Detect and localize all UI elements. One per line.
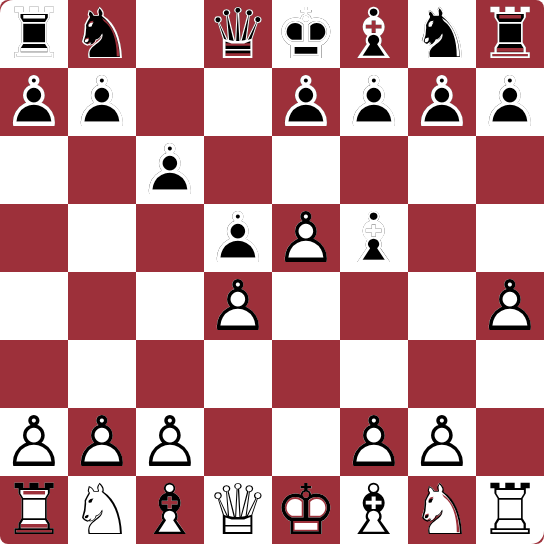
square-e7[interactable]: ♟♙	[272, 68, 340, 136]
piece-outline-glyph: ♙	[204, 272, 272, 340]
square-d5[interactable]: ♟♙	[204, 204, 272, 272]
square-h2[interactable]	[476, 408, 544, 476]
piece-outline-glyph: ♙	[340, 408, 408, 476]
piece-black-pawn[interactable]: ♟♙	[204, 204, 272, 272]
piece-outline-glyph: ♙	[68, 68, 136, 136]
square-g8[interactable]: ♞♘	[408, 0, 476, 68]
square-b5[interactable]	[68, 204, 136, 272]
square-e4[interactable]	[272, 272, 340, 340]
square-d1[interactable]: ♛♕	[204, 476, 272, 544]
piece-white-queen[interactable]: ♛♕	[204, 476, 272, 544]
piece-black-pawn[interactable]: ♟♙	[476, 68, 544, 136]
piece-outline-glyph: ♙	[476, 68, 544, 136]
square-d6[interactable]	[204, 136, 272, 204]
square-b1[interactable]: ♞♘	[68, 476, 136, 544]
square-c4[interactable]	[136, 272, 204, 340]
piece-white-king[interactable]: ♚♔	[272, 476, 340, 544]
piece-outline-glyph: ♙	[272, 204, 340, 272]
square-h4[interactable]: ♟♙	[476, 272, 544, 340]
piece-outline-glyph: ♙	[136, 408, 204, 476]
square-e1[interactable]: ♚♔	[272, 476, 340, 544]
piece-outline-glyph: ♗	[136, 476, 204, 544]
piece-black-king[interactable]: ♚♔	[272, 0, 340, 68]
piece-white-pawn[interactable]: ♟♙	[204, 272, 272, 340]
piece-white-pawn[interactable]: ♟♙	[408, 408, 476, 476]
square-h7[interactable]: ♟♙	[476, 68, 544, 136]
piece-outline-glyph: ♗	[340, 204, 408, 272]
square-b4[interactable]	[68, 272, 136, 340]
square-d8[interactable]: ♛♕	[204, 0, 272, 68]
piece-black-pawn[interactable]: ♟♙	[68, 68, 136, 136]
piece-white-rook[interactable]: ♜♖	[476, 476, 544, 544]
piece-outline-glyph: ♙	[272, 68, 340, 136]
piece-outline-glyph: ♖	[476, 0, 544, 68]
piece-black-pawn[interactable]: ♟♙	[136, 136, 204, 204]
square-a5[interactable]	[0, 204, 68, 272]
square-c3[interactable]	[136, 340, 204, 408]
piece-outline-glyph: ♙	[476, 272, 544, 340]
piece-outline-glyph: ♖	[0, 0, 68, 68]
square-c6[interactable]: ♟♙	[136, 136, 204, 204]
square-g7[interactable]: ♟♙	[408, 68, 476, 136]
piece-outline-glyph: ♙	[0, 408, 68, 476]
piece-outline-glyph: ♗	[340, 476, 408, 544]
piece-black-rook[interactable]: ♜♖	[0, 0, 68, 68]
square-h5[interactable]	[476, 204, 544, 272]
piece-white-pawn[interactable]: ♟♙	[476, 272, 544, 340]
square-e2[interactable]	[272, 408, 340, 476]
square-b7[interactable]: ♟♙	[68, 68, 136, 136]
piece-outline-glyph: ♙	[68, 408, 136, 476]
piece-white-knight[interactable]: ♞♘	[68, 476, 136, 544]
square-a8[interactable]: ♜♖	[0, 0, 68, 68]
piece-outline-glyph: ♗	[340, 0, 408, 68]
square-g5[interactable]	[408, 204, 476, 272]
chess-board-wrapper: ♜♖♞♘♛♕♚♔♝♗♞♘♜♖♟♙♟♙♟♙♟♙♟♙♟♙♟♙♟♙♟♙♝♗♟♙♟♙♟♙…	[0, 0, 544, 544]
square-a6[interactable]	[0, 136, 68, 204]
square-g1[interactable]: ♞♘	[408, 476, 476, 544]
square-d2[interactable]	[204, 408, 272, 476]
piece-black-knight[interactable]: ♞♘	[68, 0, 136, 68]
piece-outline-glyph: ♙	[204, 204, 272, 272]
square-a3[interactable]	[0, 340, 68, 408]
square-a2[interactable]: ♟♙	[0, 408, 68, 476]
square-f4[interactable]	[340, 272, 408, 340]
piece-outline-glyph: ♘	[68, 0, 136, 68]
piece-outline-glyph: ♔	[272, 476, 340, 544]
piece-outline-glyph: ♙	[0, 68, 68, 136]
piece-white-pawn[interactable]: ♟♙	[340, 408, 408, 476]
piece-black-pawn[interactable]: ♟♙	[0, 68, 68, 136]
piece-white-pawn[interactable]: ♟♙	[136, 408, 204, 476]
square-a1[interactable]: ♜♖	[0, 476, 68, 544]
square-c8[interactable]	[136, 0, 204, 68]
square-g6[interactable]	[408, 136, 476, 204]
piece-outline-glyph: ♘	[68, 476, 136, 544]
square-f6[interactable]	[340, 136, 408, 204]
square-d3[interactable]	[204, 340, 272, 408]
piece-white-pawn[interactable]: ♟♙	[272, 204, 340, 272]
square-g4[interactable]	[408, 272, 476, 340]
piece-black-pawn[interactable]: ♟♙	[272, 68, 340, 136]
square-f8[interactable]: ♝♗	[340, 0, 408, 68]
piece-outline-glyph: ♖	[476, 476, 544, 544]
square-c2[interactable]: ♟♙	[136, 408, 204, 476]
square-a7[interactable]: ♟♙	[0, 68, 68, 136]
piece-outline-glyph: ♙	[340, 68, 408, 136]
square-c5[interactable]	[136, 204, 204, 272]
square-e5[interactable]: ♟♙	[272, 204, 340, 272]
square-f2[interactable]: ♟♙	[340, 408, 408, 476]
square-f3[interactable]	[340, 340, 408, 408]
piece-black-pawn[interactable]: ♟♙	[340, 68, 408, 136]
square-d7[interactable]	[204, 68, 272, 136]
piece-outline-glyph: ♙	[136, 136, 204, 204]
square-g3[interactable]	[408, 340, 476, 408]
square-f5[interactable]: ♝♗	[340, 204, 408, 272]
square-b3[interactable]	[68, 340, 136, 408]
square-c7[interactable]	[136, 68, 204, 136]
square-e8[interactable]: ♚♔	[272, 0, 340, 68]
piece-black-knight[interactable]: ♞♘	[408, 0, 476, 68]
square-b2[interactable]: ♟♙	[68, 408, 136, 476]
piece-outline-glyph: ♘	[408, 476, 476, 544]
piece-outline-glyph: ♕	[204, 0, 272, 68]
square-d4[interactable]: ♟♙	[204, 272, 272, 340]
square-h8[interactable]: ♜♖	[476, 0, 544, 68]
piece-black-queen[interactable]: ♛♕	[204, 0, 272, 68]
square-h6[interactable]	[476, 136, 544, 204]
piece-outline-glyph: ♖	[0, 476, 68, 544]
piece-black-rook[interactable]: ♜♖	[476, 0, 544, 68]
square-g2[interactable]: ♟♙	[408, 408, 476, 476]
piece-outline-glyph: ♕	[204, 476, 272, 544]
square-a4[interactable]	[0, 272, 68, 340]
piece-outline-glyph: ♘	[408, 0, 476, 68]
piece-outline-glyph: ♙	[408, 68, 476, 136]
square-b8[interactable]: ♞♘	[68, 0, 136, 68]
piece-outline-glyph: ♙	[408, 408, 476, 476]
square-c1[interactable]: ♝♗	[136, 476, 204, 544]
piece-white-knight[interactable]: ♞♘	[408, 476, 476, 544]
piece-white-pawn[interactable]: ♟♙	[0, 408, 68, 476]
piece-white-pawn[interactable]: ♟♙	[68, 408, 136, 476]
square-h1[interactable]: ♜♖	[476, 476, 544, 544]
square-b6[interactable]	[68, 136, 136, 204]
piece-outline-glyph: ♔	[272, 0, 340, 68]
square-f7[interactable]: ♟♙	[340, 68, 408, 136]
piece-white-rook[interactable]: ♜♖	[0, 476, 68, 544]
piece-black-bishop[interactable]: ♝♗	[340, 0, 408, 68]
piece-white-bishop[interactable]: ♝♗	[340, 476, 408, 544]
piece-white-bishop[interactable]: ♝♗	[136, 476, 204, 544]
piece-black-pawn[interactable]: ♟♙	[408, 68, 476, 136]
square-h3[interactable]	[476, 340, 544, 408]
piece-black-bishop[interactable]: ♝♗	[340, 204, 408, 272]
square-f1[interactable]: ♝♗	[340, 476, 408, 544]
chess-board: ♜♖♞♘♛♕♚♔♝♗♞♘♜♖♟♙♟♙♟♙♟♙♟♙♟♙♟♙♟♙♟♙♝♗♟♙♟♙♟♙…	[0, 0, 544, 544]
square-e3[interactable]	[272, 340, 340, 408]
square-e6[interactable]	[272, 136, 340, 204]
